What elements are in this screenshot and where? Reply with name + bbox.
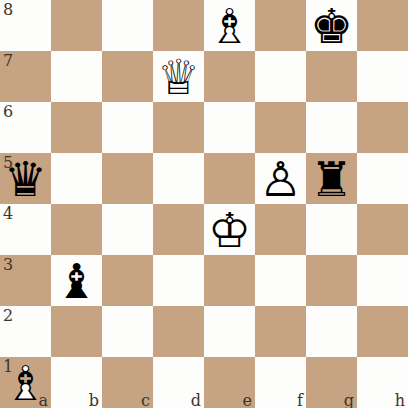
- piece-white-queen[interactable]: ♛♕: [153, 51, 204, 102]
- square-d7[interactable]: ♛♕: [153, 51, 204, 102]
- square-g1[interactable]: g: [306, 357, 357, 408]
- rank-label-8: 8: [3, 0, 13, 19]
- file-label-g: g: [344, 392, 354, 408]
- piece-black-bishop[interactable]: ♝: [51, 255, 102, 306]
- square-h2[interactable]: [357, 306, 408, 357]
- square-h3[interactable]: [357, 255, 408, 306]
- square-c6[interactable]: [102, 102, 153, 153]
- square-e6[interactable]: [204, 102, 255, 153]
- square-f8[interactable]: [255, 0, 306, 51]
- square-a7[interactable]: 7: [0, 51, 51, 102]
- square-b7[interactable]: [51, 51, 102, 102]
- rank-label-6: 6: [3, 102, 13, 121]
- square-e2[interactable]: [204, 306, 255, 357]
- white-bishop-outline-glyph: ♗: [204, 0, 255, 51]
- square-d4[interactable]: [153, 204, 204, 255]
- square-f7[interactable]: [255, 51, 306, 102]
- square-b5[interactable]: [51, 153, 102, 204]
- file-label-h: h: [395, 392, 405, 408]
- file-label-b: b: [89, 392, 99, 408]
- piece-black-queen[interactable]: ♛: [0, 153, 51, 204]
- square-g3[interactable]: [306, 255, 357, 306]
- piece-white-king[interactable]: ♚♔: [204, 204, 255, 255]
- square-c5[interactable]: [102, 153, 153, 204]
- square-h1[interactable]: h: [357, 357, 408, 408]
- square-b6[interactable]: [51, 102, 102, 153]
- square-d3[interactable]: [153, 255, 204, 306]
- square-c3[interactable]: [102, 255, 153, 306]
- square-a6[interactable]: 6: [0, 102, 51, 153]
- rank-label-2: 2: [3, 306, 13, 325]
- square-b3[interactable]: ♝: [51, 255, 102, 306]
- black-king-glyph: ♚: [306, 0, 357, 51]
- piece-black-rook[interactable]: ♜: [306, 153, 357, 204]
- piece-white-bishop[interactable]: ♝♗: [204, 0, 255, 51]
- square-d6[interactable]: [153, 102, 204, 153]
- rank-label-3: 3: [3, 255, 13, 274]
- square-f1[interactable]: f: [255, 357, 306, 408]
- square-e7[interactable]: [204, 51, 255, 102]
- piece-white-bishop[interactable]: ♝♗: [0, 357, 51, 408]
- square-g2[interactable]: [306, 306, 357, 357]
- square-a8[interactable]: 8: [0, 0, 51, 51]
- square-b4[interactable]: [51, 204, 102, 255]
- black-bishop-glyph: ♝: [51, 255, 102, 306]
- file-label-e: e: [243, 392, 252, 408]
- square-h6[interactable]: [357, 102, 408, 153]
- square-f2[interactable]: [255, 306, 306, 357]
- square-d2[interactable]: [153, 306, 204, 357]
- square-h5[interactable]: [357, 153, 408, 204]
- square-d1[interactable]: d: [153, 357, 204, 408]
- square-e8[interactable]: ♝♗: [204, 0, 255, 51]
- square-c2[interactable]: [102, 306, 153, 357]
- square-g8[interactable]: ♚: [306, 0, 357, 51]
- square-c8[interactable]: [102, 0, 153, 51]
- square-h4[interactable]: [357, 204, 408, 255]
- square-c4[interactable]: [102, 204, 153, 255]
- square-d5[interactable]: [153, 153, 204, 204]
- square-g7[interactable]: [306, 51, 357, 102]
- chess-board: 8♝♗♚7♛♕65♛♟♙♜4♚♔3♝21a♝♗bcdefgh: [0, 0, 408, 408]
- square-a2[interactable]: 2: [0, 306, 51, 357]
- square-a5[interactable]: 5♛: [0, 153, 51, 204]
- square-h7[interactable]: [357, 51, 408, 102]
- black-queen-glyph: ♛: [0, 153, 51, 204]
- white-bishop-outline-glyph: ♗: [0, 357, 51, 408]
- square-f6[interactable]: [255, 102, 306, 153]
- white-pawn-outline-glyph: ♙: [255, 153, 306, 204]
- rank-label-7: 7: [3, 51, 13, 70]
- file-label-c: c: [141, 392, 150, 408]
- square-e3[interactable]: [204, 255, 255, 306]
- square-c7[interactable]: [102, 51, 153, 102]
- square-c1[interactable]: c: [102, 357, 153, 408]
- square-h8[interactable]: [357, 0, 408, 51]
- square-f5[interactable]: ♟♙: [255, 153, 306, 204]
- square-e5[interactable]: [204, 153, 255, 204]
- square-g4[interactable]: [306, 204, 357, 255]
- square-b1[interactable]: b: [51, 357, 102, 408]
- white-king-outline-glyph: ♔: [204, 204, 255, 255]
- square-f4[interactable]: [255, 204, 306, 255]
- square-e4[interactable]: ♚♔: [204, 204, 255, 255]
- square-e1[interactable]: e: [204, 357, 255, 408]
- square-a3[interactable]: 3: [0, 255, 51, 306]
- piece-white-pawn[interactable]: ♟♙: [255, 153, 306, 204]
- square-g5[interactable]: ♜: [306, 153, 357, 204]
- file-label-d: d: [191, 392, 201, 408]
- square-d8[interactable]: [153, 0, 204, 51]
- square-f3[interactable]: [255, 255, 306, 306]
- square-b8[interactable]: [51, 0, 102, 51]
- square-a1[interactable]: 1a♝♗: [0, 357, 51, 408]
- square-a4[interactable]: 4: [0, 204, 51, 255]
- square-b2[interactable]: [51, 306, 102, 357]
- piece-black-king[interactable]: ♚: [306, 0, 357, 51]
- file-label-f: f: [297, 392, 303, 408]
- white-queen-outline-glyph: ♕: [153, 51, 204, 102]
- square-g6[interactable]: [306, 102, 357, 153]
- black-rook-glyph: ♜: [306, 153, 357, 204]
